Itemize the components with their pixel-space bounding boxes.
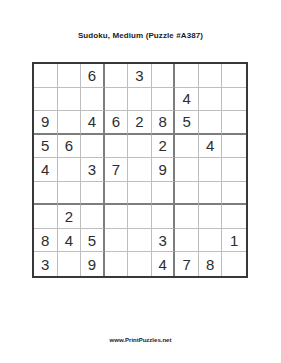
cell-r4c6: 2 (152, 135, 176, 159)
cell-r7c6[interactable] (152, 205, 176, 229)
cell-r5c4: 7 (105, 158, 129, 182)
cell-r4c7[interactable] (175, 135, 199, 159)
cell-r8c6: 3 (152, 229, 176, 253)
cell-r2c9[interactable] (222, 88, 246, 112)
cell-r3c9[interactable] (222, 111, 246, 135)
cell-r8c1: 8 (34, 229, 58, 253)
cell-r6c8[interactable] (199, 182, 223, 206)
cell-r3c7: 5 (175, 111, 199, 135)
cell-r4c1: 5 (34, 135, 58, 159)
cell-r6c1[interactable] (34, 182, 58, 206)
cell-r3c2[interactable] (58, 111, 82, 135)
cell-r2c8[interactable] (199, 88, 223, 112)
cell-r6c3[interactable] (81, 182, 105, 206)
cell-r1c3: 6 (81, 64, 105, 88)
sudoku-page: Sudoku, Medium (Puzzle #A387) 6349462855… (0, 0, 281, 363)
cell-r7c7[interactable] (175, 205, 199, 229)
cell-r9c8: 8 (199, 252, 223, 276)
cell-r6c4[interactable] (105, 182, 129, 206)
cell-r7c2: 2 (58, 205, 82, 229)
cell-r4c3[interactable] (81, 135, 105, 159)
cell-r3c3: 4 (81, 111, 105, 135)
cell-r8c7[interactable] (175, 229, 199, 253)
cell-r2c4[interactable] (105, 88, 129, 112)
cell-r1c4[interactable] (105, 64, 129, 88)
page-title: Sudoku, Medium (Puzzle #A387) (0, 31, 281, 40)
cell-r9c6: 4 (152, 252, 176, 276)
cell-r9c9[interactable] (222, 252, 246, 276)
cell-r3c4: 6 (105, 111, 129, 135)
cell-r6c5[interactable] (128, 182, 152, 206)
cell-r2c2[interactable] (58, 88, 82, 112)
cell-r8c4[interactable] (105, 229, 129, 253)
cell-r6c9[interactable] (222, 182, 246, 206)
cell-r6c6[interactable] (152, 182, 176, 206)
cell-r8c3: 5 (81, 229, 105, 253)
cell-r9c4[interactable] (105, 252, 129, 276)
cell-r3c5: 2 (128, 111, 152, 135)
cell-r5c6: 9 (152, 158, 176, 182)
cell-r4c2: 6 (58, 135, 82, 159)
cell-r5c3: 3 (81, 158, 105, 182)
cell-r5c8[interactable] (199, 158, 223, 182)
cell-r5c7[interactable] (175, 158, 199, 182)
cell-r9c7: 7 (175, 252, 199, 276)
cell-r7c9[interactable] (222, 205, 246, 229)
cell-r4c8: 4 (199, 135, 223, 159)
cell-r4c4[interactable] (105, 135, 129, 159)
cell-r2c7: 4 (175, 88, 199, 112)
cell-r1c8[interactable] (199, 64, 223, 88)
cell-r5c5[interactable] (128, 158, 152, 182)
cell-r5c2[interactable] (58, 158, 82, 182)
cell-r2c3[interactable] (81, 88, 105, 112)
cell-r1c1[interactable] (34, 64, 58, 88)
cell-r3c6: 8 (152, 111, 176, 135)
cell-r6c7[interactable] (175, 182, 199, 206)
cell-r8c8[interactable] (199, 229, 223, 253)
sudoku-grid: 6349462855624437928453139478 (32, 62, 248, 278)
cell-r1c2[interactable] (58, 64, 82, 88)
cell-r1c6[interactable] (152, 64, 176, 88)
cell-r8c9: 1 (222, 229, 246, 253)
cell-r2c1[interactable] (34, 88, 58, 112)
cell-r2c6[interactable] (152, 88, 176, 112)
cell-r5c1: 4 (34, 158, 58, 182)
cell-r2c5[interactable] (128, 88, 152, 112)
cell-r8c5[interactable] (128, 229, 152, 253)
cell-r7c8[interactable] (199, 205, 223, 229)
cell-r5c9[interactable] (222, 158, 246, 182)
cell-r9c1: 3 (34, 252, 58, 276)
cell-r7c1[interactable] (34, 205, 58, 229)
cell-r1c9[interactable] (222, 64, 246, 88)
cell-r4c9[interactable] (222, 135, 246, 159)
cell-r9c5[interactable] (128, 252, 152, 276)
cell-r7c4[interactable] (105, 205, 129, 229)
cell-r7c3[interactable] (81, 205, 105, 229)
cell-r9c3: 9 (81, 252, 105, 276)
cell-r1c5: 3 (128, 64, 152, 88)
footer-url: www.PrintPuzzles.net (0, 337, 281, 343)
cell-r9c2[interactable] (58, 252, 82, 276)
cell-r6c2[interactable] (58, 182, 82, 206)
cell-r7c5[interactable] (128, 205, 152, 229)
cell-r8c2: 4 (58, 229, 82, 253)
cell-r1c7[interactable] (175, 64, 199, 88)
cell-r3c8[interactable] (199, 111, 223, 135)
cell-r4c5[interactable] (128, 135, 152, 159)
cell-r3c1: 9 (34, 111, 58, 135)
